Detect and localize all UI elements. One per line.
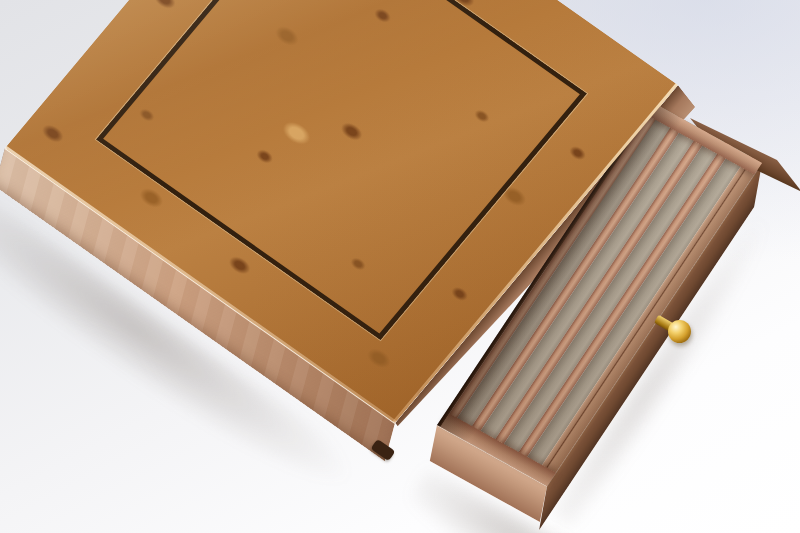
gold-knob-ball (668, 320, 691, 343)
drawer-knob (655, 310, 695, 350)
case-foot (371, 439, 396, 461)
studio-photo (0, 0, 800, 533)
